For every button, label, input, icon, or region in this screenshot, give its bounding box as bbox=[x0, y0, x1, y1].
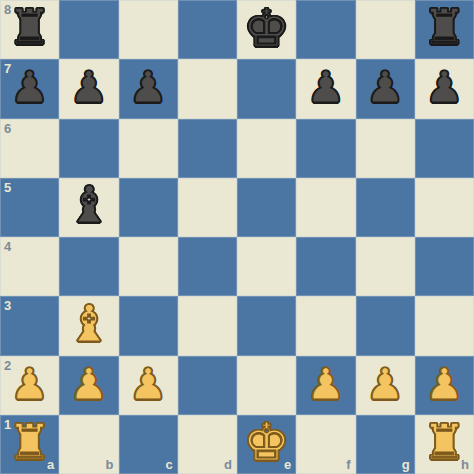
square-g8[interactable] bbox=[356, 0, 415, 59]
square-b6[interactable] bbox=[59, 119, 118, 178]
square-b1[interactable]: b bbox=[59, 415, 118, 474]
black-rook[interactable]: ♜ bbox=[8, 3, 52, 52]
square-e5[interactable] bbox=[237, 178, 296, 237]
square-f6[interactable] bbox=[296, 119, 355, 178]
square-h6[interactable] bbox=[415, 119, 474, 178]
square-a1[interactable]: ♜1a bbox=[0, 415, 59, 474]
square-b7[interactable]: ♟ bbox=[59, 59, 118, 118]
white-pawn[interactable]: ♟ bbox=[129, 363, 168, 406]
square-g7[interactable]: ♟ bbox=[356, 59, 415, 118]
square-h4[interactable] bbox=[415, 237, 474, 296]
white-pawn[interactable]: ♟ bbox=[366, 363, 405, 406]
square-h1[interactable]: ♜h bbox=[415, 415, 474, 474]
square-f2[interactable]: ♟ bbox=[296, 356, 355, 415]
square-b2[interactable]: ♟ bbox=[59, 356, 118, 415]
square-d4[interactable] bbox=[178, 237, 237, 296]
square-f5[interactable] bbox=[296, 178, 355, 237]
square-h2[interactable]: ♟ bbox=[415, 356, 474, 415]
square-g3[interactable] bbox=[356, 296, 415, 355]
square-e4[interactable] bbox=[237, 237, 296, 296]
black-rook[interactable]: ♜ bbox=[422, 3, 466, 52]
rank-label-3: 3 bbox=[4, 299, 11, 312]
file-label-c: c bbox=[166, 458, 173, 471]
file-label-d: d bbox=[224, 458, 232, 471]
square-f3[interactable] bbox=[296, 296, 355, 355]
square-d6[interactable] bbox=[178, 119, 237, 178]
square-c4[interactable] bbox=[119, 237, 178, 296]
white-rook[interactable]: ♜ bbox=[8, 418, 52, 467]
square-h5[interactable] bbox=[415, 178, 474, 237]
file-label-b: b bbox=[106, 458, 114, 471]
square-a7[interactable]: ♟7 bbox=[0, 59, 59, 118]
square-h7[interactable]: ♟ bbox=[415, 59, 474, 118]
rank-label-6: 6 bbox=[4, 122, 11, 135]
white-pawn[interactable]: ♟ bbox=[70, 363, 109, 406]
square-a6[interactable]: 6 bbox=[0, 119, 59, 178]
square-d1[interactable]: d bbox=[178, 415, 237, 474]
square-d5[interactable] bbox=[178, 178, 237, 237]
square-c5[interactable] bbox=[119, 178, 178, 237]
square-h8[interactable]: ♜ bbox=[415, 0, 474, 59]
square-d7[interactable] bbox=[178, 59, 237, 118]
square-d8[interactable] bbox=[178, 0, 237, 59]
white-bishop[interactable]: ♝ bbox=[66, 299, 111, 349]
black-pawn[interactable]: ♟ bbox=[70, 66, 109, 109]
square-c2[interactable]: ♟ bbox=[119, 356, 178, 415]
white-king[interactable]: ♚ bbox=[243, 416, 290, 468]
square-a5[interactable]: 5 bbox=[0, 178, 59, 237]
square-h3[interactable] bbox=[415, 296, 474, 355]
square-e1[interactable]: ♚e bbox=[237, 415, 296, 474]
square-e6[interactable] bbox=[237, 119, 296, 178]
white-pawn[interactable]: ♟ bbox=[425, 363, 464, 406]
square-g6[interactable] bbox=[356, 119, 415, 178]
white-pawn[interactable]: ♟ bbox=[307, 363, 346, 406]
black-pawn[interactable]: ♟ bbox=[10, 66, 49, 109]
square-d2[interactable] bbox=[178, 356, 237, 415]
square-g1[interactable]: g bbox=[356, 415, 415, 474]
square-a4[interactable]: 4 bbox=[0, 237, 59, 296]
square-e2[interactable] bbox=[237, 356, 296, 415]
black-king[interactable]: ♚ bbox=[243, 2, 290, 54]
square-c8[interactable] bbox=[119, 0, 178, 59]
white-pawn[interactable]: ♟ bbox=[10, 363, 49, 406]
file-label-f: f bbox=[346, 458, 350, 471]
square-f4[interactable] bbox=[296, 237, 355, 296]
black-pawn[interactable]: ♟ bbox=[129, 66, 168, 109]
square-f8[interactable] bbox=[296, 0, 355, 59]
rank-label-4: 4 bbox=[4, 240, 11, 253]
square-e3[interactable] bbox=[237, 296, 296, 355]
rank-label-5: 5 bbox=[4, 181, 11, 194]
black-pawn[interactable]: ♟ bbox=[425, 66, 464, 109]
square-c1[interactable]: c bbox=[119, 415, 178, 474]
square-a8[interactable]: ♜8 bbox=[0, 0, 59, 59]
black-pawn[interactable]: ♟ bbox=[366, 66, 405, 109]
square-b4[interactable] bbox=[59, 237, 118, 296]
black-bishop[interactable]: ♝ bbox=[66, 180, 111, 230]
square-g4[interactable] bbox=[356, 237, 415, 296]
square-c3[interactable] bbox=[119, 296, 178, 355]
square-e7[interactable] bbox=[237, 59, 296, 118]
square-c6[interactable] bbox=[119, 119, 178, 178]
black-pawn[interactable]: ♟ bbox=[307, 66, 346, 109]
square-a2[interactable]: ♟2 bbox=[0, 356, 59, 415]
square-g2[interactable]: ♟ bbox=[356, 356, 415, 415]
square-f1[interactable]: f bbox=[296, 415, 355, 474]
square-f7[interactable]: ♟ bbox=[296, 59, 355, 118]
square-b3[interactable]: ♝ bbox=[59, 296, 118, 355]
square-e8[interactable]: ♚ bbox=[237, 0, 296, 59]
chess-board: ♜8♚♜♟7♟♟♟♟♟65♝43♝♟2♟♟♟♟♟♜1abcd♚efg♜h bbox=[0, 0, 474, 474]
square-g5[interactable] bbox=[356, 178, 415, 237]
square-a3[interactable]: 3 bbox=[0, 296, 59, 355]
file-label-g: g bbox=[402, 458, 410, 471]
square-b5[interactable]: ♝ bbox=[59, 178, 118, 237]
white-rook[interactable]: ♜ bbox=[422, 418, 466, 467]
square-d3[interactable] bbox=[178, 296, 237, 355]
square-c7[interactable]: ♟ bbox=[119, 59, 178, 118]
square-b8[interactable] bbox=[59, 0, 118, 59]
